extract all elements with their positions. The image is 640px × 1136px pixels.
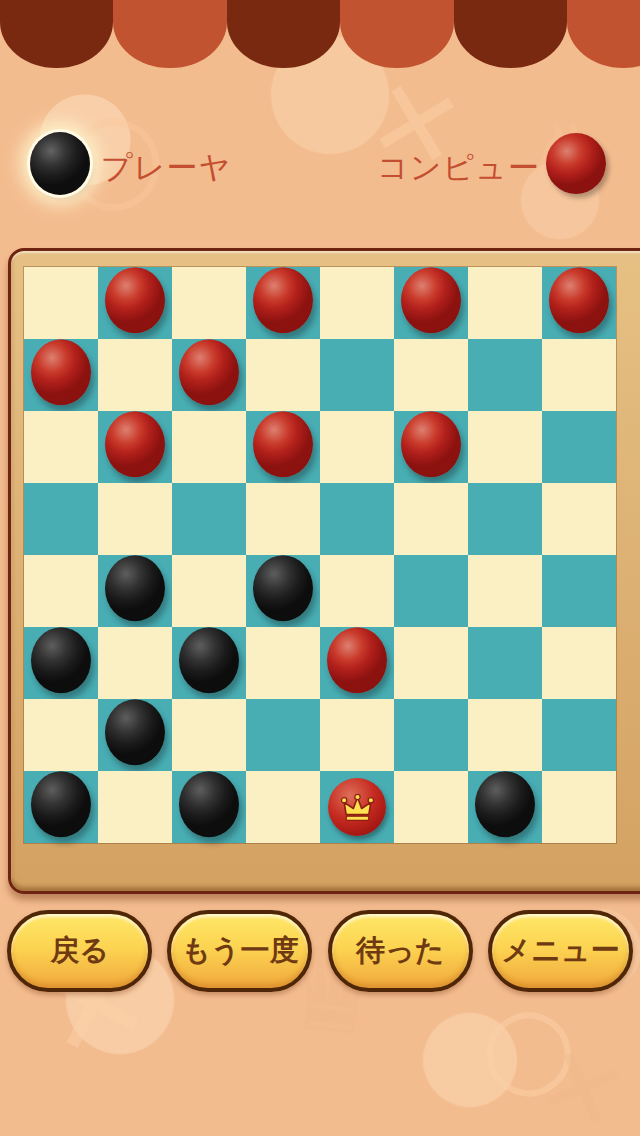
cell-r6c1[interactable] xyxy=(24,627,98,699)
cell-r8c4[interactable] xyxy=(246,771,320,843)
red-piece[interactable] xyxy=(401,411,461,477)
cell-r8c3[interactable] xyxy=(172,771,246,843)
cell-r3c7[interactable] xyxy=(468,411,542,483)
cell-r1c5[interactable] xyxy=(320,267,394,339)
black-piece[interactable] xyxy=(105,699,165,765)
awning-scallop xyxy=(567,0,640,68)
player-label: プレーヤ xyxy=(101,147,231,189)
cell-r2c7[interactable] xyxy=(468,339,542,411)
cell-r5c5[interactable] xyxy=(320,555,394,627)
awning-scallop xyxy=(0,0,113,68)
cell-r6c2[interactable] xyxy=(98,627,172,699)
cell-r4c5[interactable] xyxy=(320,483,394,555)
cell-r5c6[interactable] xyxy=(394,555,468,627)
red-piece[interactable] xyxy=(253,267,313,333)
cell-r8c1[interactable] xyxy=(24,771,98,843)
menu-button[interactable]: メニュー xyxy=(488,910,633,992)
cell-r1c4[interactable] xyxy=(246,267,320,339)
black-piece[interactable] xyxy=(179,627,239,693)
cell-r6c8[interactable] xyxy=(542,627,616,699)
red-piece[interactable] xyxy=(549,267,609,333)
awning-scallop xyxy=(454,0,567,68)
player-piece-indicator xyxy=(30,132,90,195)
red-piece[interactable] xyxy=(105,267,165,333)
black-piece[interactable] xyxy=(475,771,535,837)
awning-scallop xyxy=(113,0,226,68)
cell-r7c8[interactable] xyxy=(542,699,616,771)
cell-r4c2[interactable] xyxy=(98,483,172,555)
black-piece[interactable] xyxy=(31,771,91,837)
cell-r2c3[interactable] xyxy=(172,339,246,411)
cell-r7c2[interactable] xyxy=(98,699,172,771)
button-bar: 戻る もう一度 待った メニュー xyxy=(0,910,640,992)
cell-r5c3[interactable] xyxy=(172,555,246,627)
black-piece[interactable] xyxy=(179,771,239,837)
cell-r1c8[interactable] xyxy=(542,267,616,339)
cell-r3c6[interactable] xyxy=(394,411,468,483)
board-grid xyxy=(24,267,616,843)
cell-r8c5[interactable] xyxy=(320,771,394,843)
undo-button[interactable]: 待った xyxy=(328,910,473,992)
cell-r3c1[interactable] xyxy=(24,411,98,483)
cell-r7c3[interactable] xyxy=(172,699,246,771)
red-king-piece[interactable] xyxy=(328,778,386,836)
awning-decoration xyxy=(0,0,640,68)
cell-r1c2[interactable] xyxy=(98,267,172,339)
cell-r1c6[interactable] xyxy=(394,267,468,339)
cell-r7c1[interactable] xyxy=(24,699,98,771)
cell-r2c6[interactable] xyxy=(394,339,468,411)
cell-r7c4[interactable] xyxy=(246,699,320,771)
cell-r6c3[interactable] xyxy=(172,627,246,699)
cell-r7c7[interactable] xyxy=(468,699,542,771)
retry-button[interactable]: もう一度 xyxy=(167,910,312,992)
cell-r2c1[interactable] xyxy=(24,339,98,411)
cell-r5c1[interactable] xyxy=(24,555,98,627)
cell-r4c7[interactable] xyxy=(468,483,542,555)
cell-r5c2[interactable] xyxy=(98,555,172,627)
cell-r8c2[interactable] xyxy=(98,771,172,843)
cell-r3c5[interactable] xyxy=(320,411,394,483)
awning-scallop xyxy=(340,0,453,68)
cell-r4c3[interactable] xyxy=(172,483,246,555)
computer-label: コンピュー xyxy=(377,147,540,189)
cell-r6c5[interactable] xyxy=(320,627,394,699)
wallpaper-circle-icon xyxy=(475,986,580,1104)
cell-r1c1[interactable] xyxy=(24,267,98,339)
cell-r1c3[interactable] xyxy=(172,267,246,339)
cell-r4c1[interactable] xyxy=(24,483,98,555)
wallpaper-cross-icon xyxy=(524,1028,639,1136)
cell-r5c8[interactable] xyxy=(542,555,616,627)
cell-r2c4[interactable] xyxy=(246,339,320,411)
cell-r8c6[interactable] xyxy=(394,771,468,843)
cell-r3c2[interactable] xyxy=(98,411,172,483)
cell-r3c3[interactable] xyxy=(172,411,246,483)
red-piece[interactable] xyxy=(253,411,313,477)
cell-r4c6[interactable] xyxy=(394,483,468,555)
cell-r7c5[interactable] xyxy=(320,699,394,771)
black-piece[interactable] xyxy=(105,555,165,621)
cell-r4c8[interactable] xyxy=(542,483,616,555)
red-piece[interactable] xyxy=(327,627,387,693)
cell-r8c7[interactable] xyxy=(468,771,542,843)
awning-scallop xyxy=(227,0,340,68)
cell-r5c7[interactable] xyxy=(468,555,542,627)
computer-piece-indicator xyxy=(546,133,606,194)
black-piece[interactable] xyxy=(253,555,313,621)
red-piece[interactable] xyxy=(31,339,91,405)
cell-r6c7[interactable] xyxy=(468,627,542,699)
cell-r1c7[interactable] xyxy=(468,267,542,339)
cell-r2c8[interactable] xyxy=(542,339,616,411)
cell-r7c6[interactable] xyxy=(394,699,468,771)
red-piece[interactable] xyxy=(179,339,239,405)
cell-r3c8[interactable] xyxy=(542,411,616,483)
cell-r4c4[interactable] xyxy=(246,483,320,555)
back-button[interactable]: 戻る xyxy=(7,910,152,992)
cell-r6c6[interactable] xyxy=(394,627,468,699)
cell-r5c4[interactable] xyxy=(246,555,320,627)
cell-r8c8[interactable] xyxy=(542,771,616,843)
cell-r6c4[interactable] xyxy=(246,627,320,699)
red-piece[interactable] xyxy=(401,267,461,333)
red-piece[interactable] xyxy=(105,411,165,477)
cell-r2c5[interactable] xyxy=(320,339,394,411)
board-frame xyxy=(8,248,640,894)
black-piece[interactable] xyxy=(31,627,91,693)
cell-r2c2[interactable] xyxy=(98,339,172,411)
cell-r3c4[interactable] xyxy=(246,411,320,483)
